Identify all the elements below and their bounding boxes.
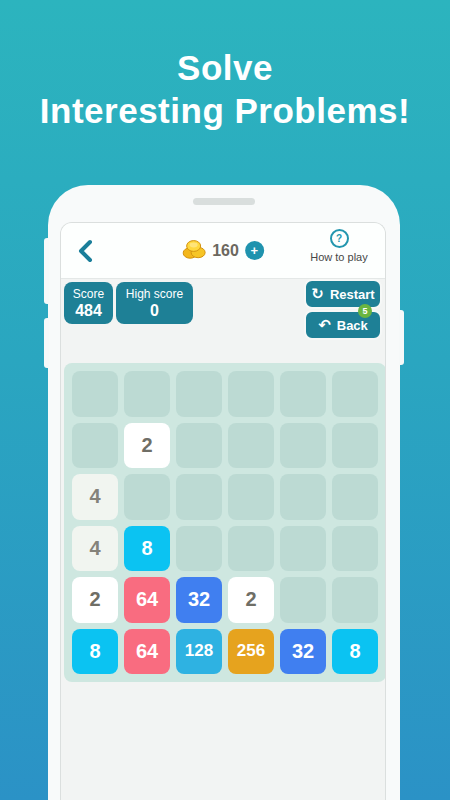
tile-256: 256 xyxy=(228,629,274,675)
add-coins-button[interactable]: + xyxy=(245,241,264,260)
board-cell xyxy=(228,474,274,520)
board-cell xyxy=(332,371,378,417)
board-cell xyxy=(72,423,118,469)
tile-8: 8 xyxy=(124,526,170,572)
board-cell xyxy=(72,371,118,417)
stats-row: Score 484 High score 0 ↻ Restart 5 ↶ Bac… xyxy=(61,279,385,346)
score-label: Score xyxy=(73,287,104,302)
undo-count-badge: 5 xyxy=(358,304,372,318)
restart-button[interactable]: ↻ Restart xyxy=(304,279,382,309)
board-cell xyxy=(280,371,326,417)
page-background: Solve Interesting Problems! xyxy=(0,0,450,800)
page-title-line1: Solve xyxy=(0,46,450,89)
score-value: 484 xyxy=(75,302,102,320)
board-cell xyxy=(280,474,326,520)
tile-64: 64 xyxy=(124,629,170,675)
tile-32: 32 xyxy=(176,577,222,623)
how-to-play-label: How to play xyxy=(310,251,367,263)
board-cell xyxy=(280,577,326,623)
back-label: Back xyxy=(337,318,368,333)
power-button xyxy=(399,310,404,365)
board-cell xyxy=(332,577,378,623)
board-cell xyxy=(280,423,326,469)
app-screen: 160 + ? How to play Score 484 High score… xyxy=(60,222,386,800)
tile-2: 2 xyxy=(228,577,274,623)
tile-8: 8 xyxy=(72,629,118,675)
board-cell xyxy=(228,371,274,417)
page-title: Solve Interesting Problems! xyxy=(0,46,450,132)
tile-8: 8 xyxy=(332,629,378,675)
coin-counter: 160 + xyxy=(182,223,264,278)
board-cell xyxy=(176,474,222,520)
tile-2: 2 xyxy=(72,577,118,623)
phone-mockup: 160 + ? How to play Score 484 High score… xyxy=(48,185,400,800)
tile-2: 2 xyxy=(124,423,170,469)
tile-32: 32 xyxy=(280,629,326,675)
board-cell xyxy=(176,423,222,469)
board-cell xyxy=(124,371,170,417)
page-title-line2: Interesting Problems! xyxy=(0,89,450,132)
board-cell xyxy=(176,371,222,417)
board-cell xyxy=(280,526,326,572)
coins-icon xyxy=(182,239,206,263)
coin-count: 160 xyxy=(212,242,239,260)
tile-128: 128 xyxy=(176,629,222,675)
undo-arrow-icon: ↶ xyxy=(318,318,331,333)
question-icon: ? xyxy=(330,229,349,248)
board-cell xyxy=(332,423,378,469)
app-header: 160 + ? How to play xyxy=(61,223,385,279)
phone-speaker xyxy=(193,198,255,205)
undo-back-button[interactable]: 5 ↶ Back xyxy=(304,310,382,340)
tile-4: 4 xyxy=(72,474,118,520)
board-cell xyxy=(228,423,274,469)
board-cell xyxy=(176,526,222,572)
board-cell xyxy=(228,526,274,572)
volume-down-button xyxy=(44,318,49,368)
back-chevron-icon[interactable] xyxy=(75,238,97,264)
restart-label: Restart xyxy=(330,287,375,302)
how-to-play-button[interactable]: ? How to play xyxy=(301,229,377,263)
tile-4: 4 xyxy=(72,526,118,572)
score-display: Score 484 xyxy=(64,282,113,324)
board[interactable]: 2448264322864128256328 xyxy=(64,363,386,682)
restart-icon: ↻ xyxy=(311,287,324,302)
board-cell xyxy=(332,474,378,520)
tile-64: 64 xyxy=(124,577,170,623)
board-cell xyxy=(332,526,378,572)
high-score-display: High score 0 xyxy=(116,282,193,324)
board-cell xyxy=(124,474,170,520)
high-score-label: High score xyxy=(126,287,183,302)
volume-up-button xyxy=(44,238,49,304)
high-score-value: 0 xyxy=(150,302,159,320)
